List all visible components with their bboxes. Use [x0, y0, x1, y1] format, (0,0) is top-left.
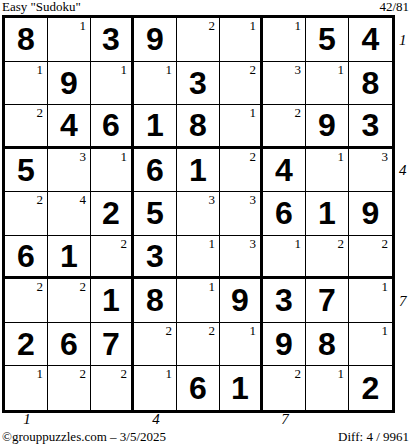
pencil-mark: 1 [37, 367, 44, 380]
cell-r5c9[interactable]: 9 [349, 192, 392, 236]
pencil-mark: 2 [382, 237, 389, 250]
cell-value: 6 [102, 109, 120, 141]
cell-r9c9[interactable]: 2 [349, 366, 392, 410]
cell-r1c7[interactable]: 1 [263, 18, 306, 62]
puzzle-title: Easy "Sudoku" [2, 0, 81, 14]
sudoku-board: 8139211541911323182461812935316124132425… [2, 15, 395, 413]
cell-r2c5[interactable]: 3 [177, 62, 220, 106]
pencil-mark: 1 [338, 150, 345, 163]
cell-value: 2 [362, 372, 380, 404]
row-marker-4: 4 [399, 163, 407, 178]
cell-r2c8[interactable]: 1 [306, 62, 349, 106]
pencil-mark: 2 [80, 367, 87, 380]
cell-r8c3[interactable]: 7 [91, 323, 134, 367]
pencil-mark: 2 [250, 150, 257, 163]
pencil-mark: 2 [338, 237, 345, 250]
header: Easy "Sudoku" 42/81 [2, 0, 409, 14]
pencil-mark: 1 [166, 63, 173, 76]
cell-r5c7[interactable]: 6 [263, 192, 306, 236]
progress-counter: 42/81 [379, 0, 409, 14]
cell-value: 6 [189, 372, 207, 404]
cell-r7c3[interactable]: 1 [91, 279, 134, 323]
pencil-mark: 1 [37, 63, 44, 76]
pencil-mark: 3 [250, 193, 257, 206]
pencil-mark: 1 [250, 324, 257, 337]
pencil-mark: 1 [80, 19, 87, 32]
cell-value: 8 [362, 67, 380, 99]
difficulty-text: Diff: 4 / 9961 [338, 429, 409, 444]
pencil-mark: 2 [121, 367, 128, 380]
pencil-mark: 1 [121, 63, 128, 76]
cell-value: 1 [318, 197, 336, 229]
cell-value: 6 [146, 154, 164, 186]
cell-value: 1 [146, 109, 164, 141]
cell-r9c6[interactable]: 1 [220, 366, 263, 410]
row-marker-7: 7 [399, 294, 407, 309]
cell-r2c4[interactable]: 1 [134, 62, 177, 106]
cell-r8c5[interactable]: 2 [177, 323, 220, 367]
copyright-text: ©grouppuzzles.com – 3/5/2025 [2, 429, 166, 444]
cell-r1c2[interactable]: 1 [48, 18, 91, 62]
cell-r9c2[interactable]: 2 [48, 366, 91, 410]
cell-value: 3 [189, 67, 207, 99]
cell-r6c2[interactable]: 1 [48, 236, 91, 280]
cell-value: 7 [318, 284, 336, 316]
cell-value: 5 [318, 23, 336, 55]
cell-value: 7 [102, 328, 120, 360]
pencil-mark: 2 [295, 367, 302, 380]
pencil-mark: 1 [209, 237, 216, 250]
cell-r6c5[interactable]: 1 [177, 236, 220, 280]
cell-value: 4 [275, 154, 293, 186]
cell-r8c6[interactable]: 1 [220, 323, 263, 367]
cell-value: 3 [362, 109, 380, 141]
cell-r9c1[interactable]: 1 [5, 366, 48, 410]
pencil-mark: 3 [209, 193, 216, 206]
cell-value: 9 [60, 67, 78, 99]
pencil-mark: 1 [209, 280, 216, 293]
cell-value: 5 [146, 197, 164, 229]
cell-r3c4[interactable]: 1 [134, 105, 177, 149]
cell-r4c4[interactable]: 6 [134, 149, 177, 193]
cell-r9c5[interactable]: 6 [177, 366, 220, 410]
cell-r5c6[interactable]: 3 [220, 192, 263, 236]
cell-r5c8[interactable]: 1 [306, 192, 349, 236]
cell-r9c7[interactable]: 2 [263, 366, 306, 410]
cell-r3c9[interactable]: 3 [349, 105, 392, 149]
cell-value: 2 [102, 197, 120, 229]
cell-r5c4[interactable]: 5 [134, 192, 177, 236]
cell-value: 8 [318, 328, 336, 360]
cell-value: 1 [102, 284, 120, 316]
pencil-mark: 2 [80, 280, 87, 293]
cell-value: 9 [318, 109, 336, 141]
cell-r7c5[interactable]: 1 [177, 279, 220, 323]
cell-r1c5[interactable]: 2 [177, 18, 220, 62]
pencil-mark: 2 [295, 106, 302, 119]
cell-value: 6 [275, 197, 293, 229]
cell-r7c2[interactable]: 2 [48, 279, 91, 323]
cell-value: 9 [231, 284, 249, 316]
cell-r9c8[interactable]: 1 [306, 366, 349, 410]
cell-r4c7[interactable]: 4 [263, 149, 306, 193]
cell-r3c7[interactable]: 2 [263, 105, 306, 149]
pencil-mark: 2 [209, 324, 216, 337]
cell-r7c4[interactable]: 8 [134, 279, 177, 323]
cell-r1c9[interactable]: 4 [349, 18, 392, 62]
cell-r8c8[interactable]: 8 [306, 323, 349, 367]
sudoku-page: Easy "Sudoku" 42/81 81392115419113231824… [0, 0, 412, 445]
cell-value: 9 [275, 328, 293, 360]
cell-r5c1[interactable]: 2 [5, 192, 48, 236]
cell-value: 9 [362, 197, 380, 229]
cell-r2c1[interactable]: 1 [5, 62, 48, 106]
pencil-mark: 1 [166, 367, 173, 380]
pencil-mark: 1 [250, 19, 257, 32]
cell-r3c1[interactable]: 2 [5, 105, 48, 149]
pencil-mark: 4 [80, 193, 87, 206]
pencil-mark: 1 [382, 280, 389, 293]
cell-r8c9[interactable]: 1 [349, 323, 392, 367]
pencil-mark: 1 [295, 237, 302, 250]
cell-r2c6[interactable]: 2 [220, 62, 263, 106]
col-marker-4: 4 [152, 412, 160, 427]
cell-r7c1[interactable]: 2 [5, 279, 48, 323]
pencil-mark: 2 [37, 280, 44, 293]
cell-value: 6 [60, 328, 78, 360]
cell-value: 9 [146, 23, 164, 55]
cell-value: 3 [146, 240, 164, 272]
cell-r2c7[interactable]: 3 [263, 62, 306, 106]
cell-r1c8[interactable]: 5 [306, 18, 349, 62]
cell-value: 4 [362, 23, 380, 55]
cell-value: 3 [275, 284, 293, 316]
cell-value: 3 [102, 23, 120, 55]
cell-r3c2[interactable]: 4 [48, 105, 91, 149]
cell-r4c1[interactable]: 5 [5, 149, 48, 193]
cell-r6c6[interactable]: 3 [220, 236, 263, 280]
pencil-mark: 2 [166, 324, 173, 337]
cell-r6c4[interactable]: 3 [134, 236, 177, 280]
pencil-mark: 2 [37, 193, 44, 206]
pencil-mark: 2 [250, 63, 257, 76]
pencil-mark: 3 [382, 150, 389, 163]
pencil-mark: 3 [250, 237, 257, 250]
cell-r7c7[interactable]: 3 [263, 279, 306, 323]
cell-r8c7[interactable]: 9 [263, 323, 306, 367]
cell-r6c9[interactable]: 2 [349, 236, 392, 280]
cell-value: 8 [146, 284, 164, 316]
cell-r4c2[interactable]: 3 [48, 149, 91, 193]
cell-r3c5[interactable]: 8 [177, 105, 220, 149]
pencil-mark: 3 [80, 150, 87, 163]
cell-r3c6[interactable]: 1 [220, 105, 263, 149]
cell-r9c3[interactable]: 2 [91, 366, 134, 410]
cell-r4c3[interactable]: 1 [91, 149, 134, 193]
cell-r7c6[interactable]: 9 [220, 279, 263, 323]
cell-r1c1[interactable]: 8 [5, 18, 48, 62]
cell-r8c4[interactable]: 2 [134, 323, 177, 367]
cell-value: 1 [231, 372, 249, 404]
cell-r3c8[interactable]: 9 [306, 105, 349, 149]
cell-r5c5[interactable]: 3 [177, 192, 220, 236]
col-marker-1: 1 [23, 412, 31, 427]
cell-r7c9[interactable]: 1 [349, 279, 392, 323]
cell-value: 8 [189, 109, 207, 141]
pencil-mark: 2 [121, 237, 128, 250]
cell-r4c5[interactable]: 1 [177, 149, 220, 193]
col-marker-7: 7 [281, 412, 289, 427]
cell-r6c1[interactable]: 6 [5, 236, 48, 280]
cell-r2c2[interactable]: 9 [48, 62, 91, 106]
cell-value: 5 [17, 154, 35, 186]
pencil-mark: 3 [295, 63, 302, 76]
cell-r6c7[interactable]: 1 [263, 236, 306, 280]
cell-r5c2[interactable]: 4 [48, 192, 91, 236]
row-marker-1: 1 [399, 33, 407, 48]
cell-r6c3[interactable]: 2 [91, 236, 134, 280]
cell-r3c3[interactable]: 6 [91, 105, 134, 149]
pencil-mark: 1 [338, 367, 345, 380]
cell-r8c1[interactable]: 2 [5, 323, 48, 367]
pencil-mark: 1 [338, 63, 345, 76]
pencil-mark: 1 [382, 324, 389, 337]
cell-value: 8 [17, 23, 35, 55]
pencil-mark: 2 [37, 106, 44, 119]
cell-value: 1 [189, 154, 207, 186]
cell-value: 6 [17, 240, 35, 272]
cell-r4c6[interactable]: 2 [220, 149, 263, 193]
cell-value: 1 [60, 240, 78, 272]
cell-r1c3[interactable]: 3 [91, 18, 134, 62]
cell-r4c9[interactable]: 3 [349, 149, 392, 193]
cell-r1c6[interactable]: 1 [220, 18, 263, 62]
cell-r2c9[interactable]: 8 [349, 62, 392, 106]
cell-r8c2[interactable]: 6 [48, 323, 91, 367]
pencil-mark: 1 [250, 106, 257, 119]
cell-r4c8[interactable]: 1 [306, 149, 349, 193]
footer: ©grouppuzzles.com – 3/5/2025 Diff: 4 / 9… [2, 429, 409, 444]
pencil-mark: 1 [121, 150, 128, 163]
pencil-mark: 2 [209, 19, 216, 32]
cell-r2c3[interactable]: 1 [91, 62, 134, 106]
cell-r6c8[interactable]: 2 [306, 236, 349, 280]
cell-r1c4[interactable]: 9 [134, 18, 177, 62]
cell-value: 2 [17, 328, 35, 360]
cell-value: 4 [60, 109, 78, 141]
cell-r7c8[interactable]: 7 [306, 279, 349, 323]
cell-r9c4[interactable]: 1 [134, 366, 177, 410]
pencil-mark: 1 [295, 19, 302, 32]
cell-r5c3[interactable]: 2 [91, 192, 134, 236]
